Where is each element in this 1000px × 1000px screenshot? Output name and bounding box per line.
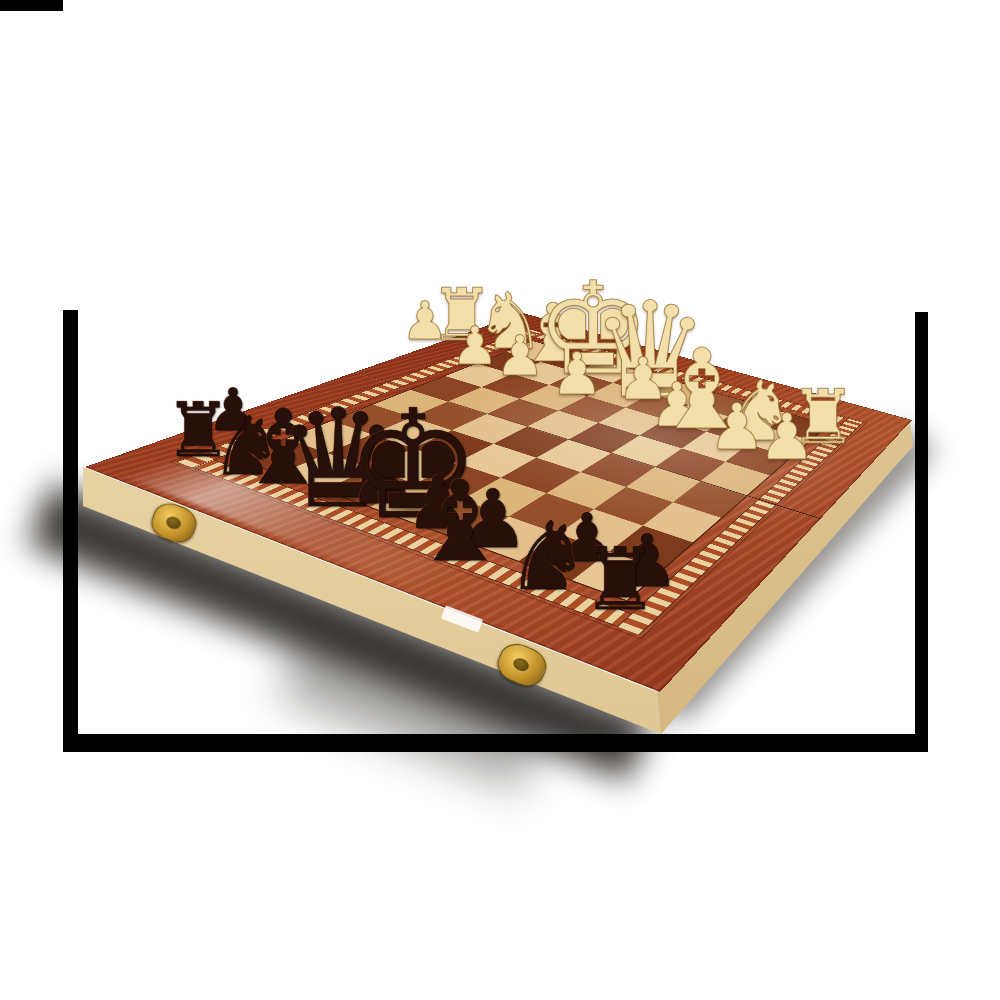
chess-piece-dark-R[interactable]: ♜ (581, 536, 658, 622)
chess-piece-dark-N[interactable]: ♞ (506, 509, 591, 604)
chess-piece-light-P[interactable]: ♟ (495, 328, 545, 384)
chess-piece-light-P[interactable]: ♟ (708, 396, 765, 460)
product-photo-stage: ♟♜♟♞♟♝♟♚♟♛♟♝♟♞♟♜♜♟♞♝♛♟♚♟♝♟♞♟♜♟ (0, 0, 1000, 1000)
matte-bar (915, 312, 928, 747)
chess-piece-light-P[interactable]: ♟ (758, 406, 815, 470)
chess-piece-light-P[interactable]: ♟ (551, 345, 603, 403)
matte-bar (63, 734, 928, 752)
chess-piece-light-P[interactable]: ♟ (451, 320, 498, 373)
chess-piece-dark-B[interactable]: ♝ (410, 466, 510, 577)
matte-bar (0, 0, 63, 11)
matte-bar (63, 310, 78, 747)
